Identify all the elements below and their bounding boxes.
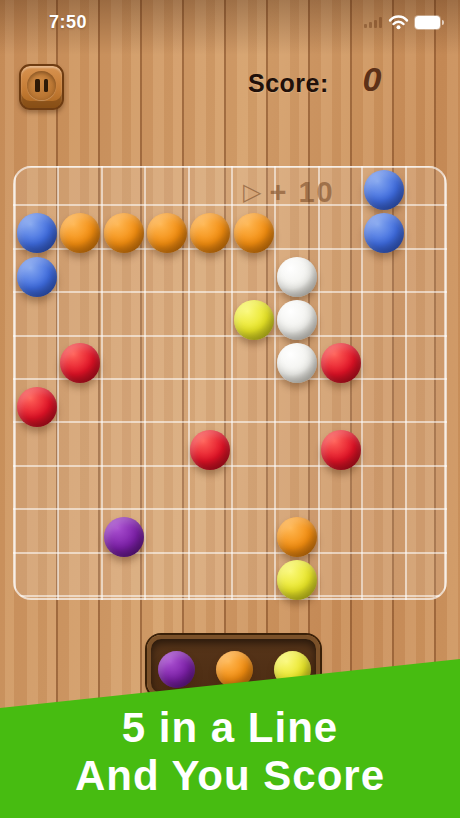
ball-blue[interactable] (364, 213, 404, 253)
clock: 7:50 (38, 12, 98, 33)
status-icons (364, 14, 440, 30)
ball-orange[interactable] (190, 213, 230, 253)
ball-red[interactable] (321, 343, 361, 383)
ball-white[interactable] (277, 257, 317, 297)
ball-orange[interactable] (104, 213, 144, 253)
ball-red[interactable] (60, 343, 100, 383)
score-label: Score: (248, 69, 329, 98)
ball-yellow[interactable] (234, 300, 274, 340)
wifi-icon (388, 14, 409, 30)
ball-blue[interactable] (17, 213, 57, 253)
game-board[interactable]: ▷ + 10 (13, 166, 447, 600)
pause-icon (27, 71, 56, 100)
game-screen: { "game": "Color Lines (5 in a Line)", "… (0, 0, 460, 818)
ball-purple[interactable] (104, 517, 144, 557)
score-value: 0 (352, 60, 392, 99)
cellular-signal-icon (364, 17, 382, 28)
banner-text-line2: And You Score (0, 752, 460, 800)
play-icon: ▷ (243, 180, 261, 204)
pause-button[interactable] (19, 64, 64, 110)
ball-red[interactable] (321, 430, 361, 470)
ball-orange[interactable] (234, 213, 274, 253)
ball-blue[interactable] (17, 257, 57, 297)
ball-red[interactable] (190, 430, 230, 470)
ball-white[interactable] (277, 343, 317, 383)
battery-icon (415, 16, 440, 29)
ball-yellow[interactable] (277, 560, 317, 600)
ball-red[interactable] (17, 387, 57, 427)
ball-purple[interactable] (158, 651, 195, 688)
ball-orange[interactable] (277, 517, 317, 557)
ball-orange[interactable] (147, 213, 187, 253)
plus-ten-text: + 10 (269, 178, 334, 207)
ball-blue[interactable] (364, 170, 404, 210)
ball-orange[interactable] (60, 213, 100, 253)
banner-text-line1: 5 in a Line (0, 704, 460, 752)
ball-white[interactable] (277, 300, 317, 340)
score-popup-watermark: ▷ + 10 (243, 176, 335, 208)
